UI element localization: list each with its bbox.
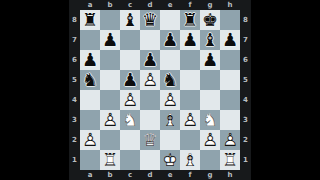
square-h5[interactable] (220, 70, 240, 90)
square-d2[interactable]: ♛♕ (140, 130, 160, 150)
piece-white-pawn[interactable]: ♟♙ (180, 110, 200, 130)
piece-black-pawn[interactable]: ♟ (160, 30, 180, 50)
square-g6[interactable]: ♟ (200, 50, 220, 70)
square-g2[interactable]: ♟♙ (200, 130, 220, 150)
rank-label-4: 4 (240, 90, 251, 110)
square-c7[interactable] (120, 30, 140, 50)
piece-white-pawn[interactable]: ♟♙ (140, 70, 160, 90)
square-c8[interactable]: ♝ (120, 10, 140, 30)
piece-white-pawn[interactable]: ♟♙ (80, 130, 100, 150)
square-f4[interactable] (180, 90, 200, 110)
square-f3[interactable]: ♟♙ (180, 110, 200, 130)
rank-label-6: 6 (240, 50, 251, 70)
piece-white-knight[interactable]: ♞♘ (200, 110, 220, 130)
square-c6[interactable] (120, 50, 140, 70)
piece-black-knight[interactable]: ♞ (80, 70, 100, 90)
file-label-h: h (220, 170, 240, 180)
square-h1[interactable]: ♜♖ (220, 150, 240, 170)
square-e5[interactable]: ♞ (160, 70, 180, 90)
board-squares: ♜♝♛♜♚♟♟♟♝♟♟♟♟♞♟♟♙♞♟♙♟♙♟♙♞♘♝♗♟♙♞♘♟♙♛♕♟♙♟♙… (80, 10, 240, 170)
square-d6[interactable]: ♟ (140, 50, 160, 70)
square-f5[interactable] (180, 70, 200, 90)
square-f2[interactable] (180, 130, 200, 150)
square-c4[interactable]: ♟♙ (120, 90, 140, 110)
piece-black-king[interactable]: ♚ (200, 10, 220, 30)
square-e4[interactable]: ♟♙ (160, 90, 180, 110)
piece-white-rook[interactable]: ♜♖ (220, 150, 240, 170)
square-c5[interactable]: ♟ (120, 70, 140, 90)
file-labels-bottom: abcdefgh (69, 170, 251, 180)
square-f7[interactable]: ♟ (180, 30, 200, 50)
rank-label-5: 5 (69, 70, 80, 90)
square-c1[interactable] (120, 150, 140, 170)
square-a1[interactable] (80, 150, 100, 170)
piece-white-king[interactable]: ♚♔ (160, 150, 180, 170)
piece-white-pawn[interactable]: ♟♙ (100, 110, 120, 130)
piece-white-bishop[interactable]: ♝♗ (160, 110, 180, 130)
square-b6[interactable] (100, 50, 120, 70)
square-a4[interactable] (80, 90, 100, 110)
corner-spacer (69, 170, 80, 180)
square-h8[interactable] (220, 10, 240, 30)
square-h4[interactable] (220, 90, 240, 110)
file-label-a: a (80, 170, 100, 180)
file-label-f: f (180, 170, 200, 180)
square-a2[interactable]: ♟♙ (80, 130, 100, 150)
file-label-h: h (220, 0, 240, 10)
square-e1[interactable]: ♚♔ (160, 150, 180, 170)
corner-spacer (69, 0, 80, 10)
piece-white-pawn[interactable]: ♟♙ (120, 90, 140, 110)
square-c2[interactable] (120, 130, 140, 150)
square-b7[interactable]: ♟ (100, 30, 120, 50)
square-f6[interactable] (180, 50, 200, 70)
rank-label-4: 4 (69, 90, 80, 110)
piece-black-pawn[interactable]: ♟ (100, 30, 120, 50)
square-c3[interactable]: ♞♘ (120, 110, 140, 130)
piece-black-knight[interactable]: ♞ (160, 70, 180, 90)
corner-spacer (240, 170, 251, 180)
piece-white-queen[interactable]: ♛♕ (140, 130, 160, 150)
file-label-b: b (100, 170, 120, 180)
file-label-d: d (140, 170, 160, 180)
square-g5[interactable] (200, 70, 220, 90)
square-d4[interactable] (140, 90, 160, 110)
square-a5[interactable]: ♞ (80, 70, 100, 90)
square-b3[interactable]: ♟♙ (100, 110, 120, 130)
piece-white-pawn[interactable]: ♟♙ (160, 90, 180, 110)
square-a6[interactable]: ♟ (80, 50, 100, 70)
square-h7[interactable]: ♟ (220, 30, 240, 50)
piece-black-pawn[interactable]: ♟ (140, 50, 160, 70)
rank-label-1: 1 (240, 150, 251, 170)
chess-board: abcdefgh 87654321 ♜♝♛♜♚♟♟♟♝♟♟♟♟♞♟♟♙♞♟♙♟♙… (69, 0, 251, 180)
square-d3[interactable] (140, 110, 160, 130)
file-label-g: g (200, 170, 220, 180)
square-d7[interactable] (140, 30, 160, 50)
piece-black-pawn[interactable]: ♟ (80, 50, 100, 70)
square-f8[interactable]: ♜ (180, 10, 200, 30)
square-h2[interactable]: ♟♙ (220, 130, 240, 150)
square-f1[interactable]: ♝♗ (180, 150, 200, 170)
square-e3[interactable]: ♝♗ (160, 110, 180, 130)
piece-black-pawn[interactable]: ♟ (220, 30, 240, 50)
file-label-c: c (120, 170, 140, 180)
rank-label-5: 5 (240, 70, 251, 90)
square-b5[interactable] (100, 70, 120, 90)
piece-black-pawn[interactable]: ♟ (120, 70, 140, 90)
rank-label-7: 7 (240, 30, 251, 50)
rank-labels-right: 87654321 (240, 10, 251, 170)
square-b2[interactable] (100, 130, 120, 150)
square-a8[interactable]: ♜ (80, 10, 100, 30)
piece-white-pawn[interactable]: ♟♙ (200, 130, 220, 150)
piece-black-bishop[interactable]: ♝ (120, 10, 140, 30)
square-g4[interactable] (200, 90, 220, 110)
square-g7[interactable]: ♝ (200, 30, 220, 50)
square-g1[interactable] (200, 150, 220, 170)
piece-black-rook[interactable]: ♜ (180, 10, 200, 30)
piece-black-pawn[interactable]: ♟ (200, 50, 220, 70)
square-d1[interactable] (140, 150, 160, 170)
rank-label-7: 7 (69, 30, 80, 50)
square-e2[interactable] (160, 130, 180, 150)
square-a7[interactable] (80, 30, 100, 50)
rank-label-8: 8 (69, 10, 80, 30)
rank-label-3: 3 (69, 110, 80, 130)
file-label-b: b (100, 0, 120, 10)
piece-black-rook[interactable]: ♜ (80, 10, 100, 30)
piece-white-pawn[interactable]: ♟♙ (220, 130, 240, 150)
file-label-e: e (160, 170, 180, 180)
rank-label-1: 1 (69, 150, 80, 170)
piece-white-knight[interactable]: ♞♘ (120, 110, 140, 130)
square-b4[interactable] (100, 90, 120, 110)
piece-white-bishop[interactable]: ♝♗ (180, 150, 200, 170)
square-h3[interactable] (220, 110, 240, 130)
square-b1[interactable]: ♜♖ (100, 150, 120, 170)
rank-label-6: 6 (69, 50, 80, 70)
rank-labels-left: 87654321 (69, 10, 80, 170)
file-label-e: e (160, 0, 180, 10)
piece-black-queen[interactable]: ♛ (140, 10, 160, 30)
square-d8[interactable]: ♛ (140, 10, 160, 30)
rank-label-2: 2 (240, 130, 251, 150)
square-h6[interactable] (220, 50, 240, 70)
rank-label-3: 3 (240, 110, 251, 130)
rank-label-2: 2 (69, 130, 80, 150)
square-e7[interactable]: ♟ (160, 30, 180, 50)
corner-spacer (240, 0, 251, 10)
square-e6[interactable] (160, 50, 180, 70)
square-a3[interactable] (80, 110, 100, 130)
rank-label-8: 8 (240, 10, 251, 30)
square-b8[interactable] (100, 10, 120, 30)
video-frame: abcdefgh 87654321 ♜♝♛♜♚♟♟♟♝♟♟♟♟♞♟♟♙♞♟♙♟♙… (0, 0, 320, 180)
square-e8[interactable] (160, 10, 180, 30)
square-g3[interactable]: ♞♘ (200, 110, 220, 130)
square-d5[interactable]: ♟♙ (140, 70, 160, 90)
square-g8[interactable]: ♚ (200, 10, 220, 30)
piece-black-pawn[interactable]: ♟ (180, 30, 200, 50)
piece-black-bishop[interactable]: ♝ (200, 30, 220, 50)
piece-white-rook[interactable]: ♜♖ (100, 150, 120, 170)
